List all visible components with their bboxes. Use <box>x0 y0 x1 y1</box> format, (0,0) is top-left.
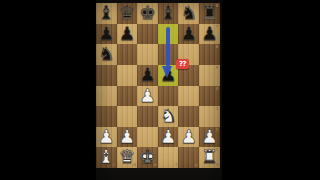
black-knight[interactable]: ♞ <box>96 44 117 65</box>
square-e5[interactable]: ♟ <box>137 65 158 86</box>
square-h6[interactable]: 6 <box>199 44 220 65</box>
square-d2[interactable]: ♟ <box>117 127 138 148</box>
white-pawn[interactable]: ♟ <box>117 127 138 148</box>
black-pawn[interactable]: ♟ <box>117 24 138 45</box>
square-h1[interactable]: ♜1h <box>199 147 220 168</box>
square-c8[interactable]: ♝ <box>96 3 117 24</box>
pillarbox-left <box>0 0 96 180</box>
square-c7[interactable]: ♟ <box>96 24 117 45</box>
rank-coordinate-label: 1 <box>216 148 219 152</box>
pillarbox-right <box>222 0 320 180</box>
file-coordinate-label: e <box>154 163 156 167</box>
blunder-badge: ?? <box>176 59 189 70</box>
square-e1[interactable]: ♚e <box>137 147 158 168</box>
chess-app-video: ♜♝♛♚♝♞♜8♟♟♟♟♟♟7♞6♝♟♟5♟4♞3♟♟♟♟♟♟♟2♜a♞b♝c♛… <box>96 0 222 180</box>
square-c5[interactable] <box>96 65 117 86</box>
black-king[interactable]: ♚ <box>137 3 158 24</box>
square-e2[interactable] <box>137 127 158 148</box>
square-d7[interactable]: ♟ <box>117 24 138 45</box>
black-pawn[interactable]: ♟ <box>96 24 117 45</box>
white-pawn[interactable]: ♟ <box>137 86 158 107</box>
file-coordinate-label: g <box>195 163 198 167</box>
square-c3[interactable] <box>96 106 117 127</box>
square-f4[interactable] <box>158 86 179 107</box>
rank-coordinate-label: 6 <box>216 45 219 49</box>
white-rook[interactable]: ♜ <box>199 147 220 168</box>
square-g8[interactable]: ♞ <box>178 3 199 24</box>
rank-coordinate-label: 7 <box>216 25 219 29</box>
black-rook[interactable]: ♜ <box>199 3 220 24</box>
square-f1[interactable]: f <box>158 147 179 168</box>
file-coordinate-label: c <box>113 163 115 167</box>
white-pawn[interactable]: ♟ <box>199 127 220 148</box>
square-h3[interactable]: 3 <box>199 106 220 127</box>
square-g1[interactable]: g <box>178 147 199 168</box>
square-e6[interactable] <box>137 44 158 65</box>
rank-coordinate-label: 5 <box>216 66 219 70</box>
square-f8[interactable]: ♝ <box>158 3 179 24</box>
square-d8[interactable]: ♛ <box>117 3 138 24</box>
rank-coordinate-label: 8 <box>216 4 219 8</box>
square-c1[interactable]: ♝c <box>96 147 117 168</box>
square-g2[interactable]: ♟ <box>178 127 199 148</box>
square-h2[interactable]: ♟2 <box>199 127 220 148</box>
move-arrow-shaft <box>166 27 170 67</box>
square-g7[interactable]: ♟ <box>178 24 199 45</box>
black-bishop[interactable]: ♝ <box>158 3 179 24</box>
white-pawn[interactable]: ♟ <box>178 127 199 148</box>
square-e8[interactable]: ♚ <box>137 3 158 24</box>
file-coordinate-label: h <box>216 163 219 167</box>
square-d3[interactable] <box>117 106 138 127</box>
rank-coordinate-label: 2 <box>216 128 219 132</box>
white-pawn[interactable]: ♟ <box>158 127 179 148</box>
video-frame: ♜♝♛♚♝♞♜8♟♟♟♟♟♟7♞6♝♟♟5♟4♞3♟♟♟♟♟♟♟2♜a♞b♝c♛… <box>0 0 320 180</box>
square-d1[interactable]: ♛d <box>117 147 138 168</box>
file-coordinate-label: d <box>133 163 136 167</box>
square-e7[interactable] <box>137 24 158 45</box>
square-d4[interactable] <box>117 86 138 107</box>
square-h7[interactable]: ♟7 <box>199 24 220 45</box>
rank-coordinate-label: 4 <box>216 87 219 91</box>
black-pawn[interactable]: ♟ <box>178 24 199 45</box>
square-g3[interactable] <box>178 106 199 127</box>
chess-board[interactable]: ♜♝♛♚♝♞♜8♟♟♟♟♟♟7♞6♝♟♟5♟4♞3♟♟♟♟♟♟♟2♜a♞b♝c♛… <box>96 3 220 168</box>
square-h8[interactable]: ♜8 <box>199 3 220 24</box>
white-queen[interactable]: ♛ <box>117 147 138 168</box>
white-pawn[interactable]: ♟ <box>96 127 117 148</box>
white-knight[interactable]: ♞ <box>158 106 179 127</box>
white-bishop[interactable]: ♝ <box>96 147 117 168</box>
square-g4[interactable] <box>178 86 199 107</box>
square-c6[interactable]: ♞ <box>96 44 117 65</box>
black-pawn[interactable]: ♟ <box>199 24 220 45</box>
square-d6[interactable] <box>117 44 138 65</box>
rank-coordinate-label: 3 <box>216 107 219 111</box>
square-d5[interactable] <box>117 65 138 86</box>
square-c4[interactable] <box>96 86 117 107</box>
black-bishop[interactable]: ♝ <box>96 3 117 24</box>
move-arrow-head <box>162 66 172 78</box>
square-f2[interactable]: ♟ <box>158 127 179 148</box>
square-h5[interactable]: 5 <box>199 65 220 86</box>
square-e3[interactable] <box>137 106 158 127</box>
black-queen[interactable]: ♛ <box>117 3 138 24</box>
white-king[interactable]: ♚ <box>137 147 158 168</box>
square-f3[interactable]: ♞ <box>158 106 179 127</box>
file-coordinate-label: f <box>176 163 177 167</box>
square-c2[interactable]: ♟ <box>96 127 117 148</box>
square-h4[interactable]: 4 <box>199 86 220 107</box>
square-e4[interactable]: ♟ <box>137 86 158 107</box>
black-pawn[interactable]: ♟ <box>137 65 158 86</box>
black-knight[interactable]: ♞ <box>178 3 199 24</box>
